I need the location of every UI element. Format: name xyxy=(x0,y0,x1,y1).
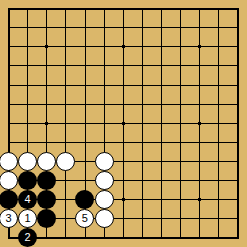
stone-black[interactable] xyxy=(18,171,37,190)
stone-white[interactable]: 5 xyxy=(75,209,94,228)
stone-black[interactable] xyxy=(37,190,56,209)
stone-white[interactable]: 3 xyxy=(0,209,18,228)
go-board[interactable]: 43152 xyxy=(0,0,247,247)
stone-white[interactable] xyxy=(95,209,114,228)
stone-black[interactable] xyxy=(75,190,94,209)
stone-white[interactable] xyxy=(18,152,37,171)
move-number-label: 3 xyxy=(5,213,11,224)
stone-black[interactable] xyxy=(37,171,56,190)
move-number-label: 2 xyxy=(25,232,31,243)
stones-layer: 43152 xyxy=(0,0,247,247)
stone-white[interactable] xyxy=(95,171,114,190)
stone-white[interactable] xyxy=(95,152,114,171)
stone-black[interactable]: 4 xyxy=(18,190,37,209)
move-number-label: 1 xyxy=(25,213,31,224)
stone-black[interactable]: 2 xyxy=(18,228,37,247)
stone-white[interactable] xyxy=(95,190,114,209)
stone-white[interactable]: 1 xyxy=(18,209,37,228)
stone-black[interactable] xyxy=(0,190,18,209)
stone-white[interactable] xyxy=(37,152,56,171)
stone-black[interactable] xyxy=(37,209,56,228)
stone-white[interactable] xyxy=(56,152,75,171)
stone-white[interactable] xyxy=(0,171,18,190)
stone-white[interactable] xyxy=(0,152,18,171)
move-number-label: 5 xyxy=(82,213,88,224)
move-number-label: 4 xyxy=(25,194,31,205)
